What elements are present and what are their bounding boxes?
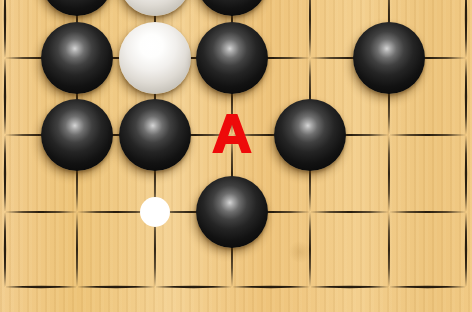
white-dot-marker: [140, 197, 170, 227]
point-label-a[interactable]: A: [213, 106, 252, 160]
white-stone: [119, 22, 191, 94]
black-stone: [274, 99, 346, 171]
black-stone: [41, 99, 113, 171]
black-stone: [196, 176, 268, 248]
black-stone: [119, 99, 191, 171]
black-stone: [41, 22, 113, 94]
black-stone: [353, 22, 425, 94]
black-stone: [196, 22, 268, 94]
go-board[interactable]: A: [0, 0, 472, 312]
